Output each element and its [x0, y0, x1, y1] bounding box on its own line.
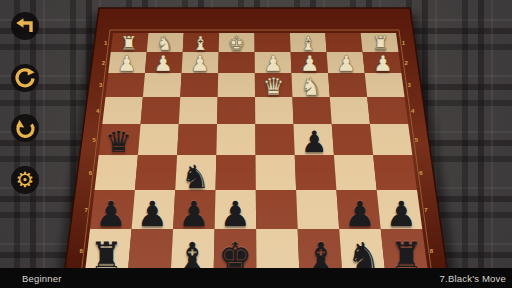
settings-button[interactable]: ⚙: [11, 166, 39, 194]
piece-bP-g7[interactable]: ♟: [137, 197, 168, 232]
piece-wP-a2[interactable]: ♟: [373, 53, 392, 75]
difficulty-label: Beginner: [22, 273, 62, 284]
piece-wP-g2[interactable]: ♟: [154, 53, 173, 75]
piece-wP-h2[interactable]: ♟: [117, 53, 136, 75]
piece-bN-f6[interactable]: ♞: [181, 161, 210, 193]
piece-bP-a7[interactable]: ♟: [386, 197, 417, 232]
piece-wK-e1[interactable]: ♚: [228, 34, 245, 53]
undo-icon: [14, 117, 36, 139]
back-button[interactable]: [11, 12, 39, 40]
piece-bP-h7[interactable]: ♟: [95, 197, 126, 232]
piece-bP-e7[interactable]: ♟: [220, 197, 251, 232]
restart-button[interactable]: [11, 64, 39, 92]
move-status: 7.Black's Move: [440, 273, 506, 284]
piece-wP-f2[interactable]: ♟: [190, 53, 209, 75]
undo-button[interactable]: [11, 114, 39, 142]
piece-bP-f7[interactable]: ♟: [178, 197, 209, 232]
status-bar: Beginner 7.Black's Move: [0, 268, 512, 288]
board-surface: HGFEDCBA1122334455667788: [0, 0, 512, 288]
back-arrow-icon: [14, 15, 36, 37]
restart-icon: [14, 67, 36, 89]
piece-bP-c5[interactable]: ♟: [301, 128, 327, 158]
piece-wQ-d3[interactable]: ♛: [263, 75, 285, 99]
piece-wN-c3[interactable]: ♞: [300, 75, 322, 99]
gear-icon: ⚙: [16, 170, 35, 191]
piece-wP-b2[interactable]: ♟: [337, 53, 356, 75]
piece-bP-b7[interactable]: ♟: [344, 197, 375, 232]
piece-bQ-h5[interactable]: ♛: [105, 128, 131, 158]
chessboard-3d: HGFEDCBA1122334455667788 ♜♞♝♚♝♜♟♟♟♟♟♟♟♛♞…: [0, 0, 512, 288]
